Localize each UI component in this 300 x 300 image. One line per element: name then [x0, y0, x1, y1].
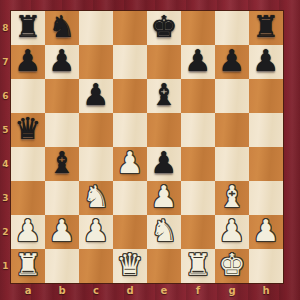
- square-f3[interactable]: [181, 181, 215, 215]
- square-d6[interactable]: [113, 79, 147, 113]
- square-a8[interactable]: ♜: [11, 11, 45, 45]
- file-label-e: e: [147, 282, 181, 299]
- black-knight[interactable]: ♞: [49, 10, 76, 44]
- white-pawn[interactable]: ♟: [253, 214, 280, 248]
- square-a4[interactable]: [11, 147, 45, 181]
- square-g8[interactable]: [215, 11, 249, 45]
- square-c6[interactable]: ♟: [79, 79, 113, 113]
- square-e1[interactable]: [147, 249, 181, 283]
- square-h8[interactable]: ♜: [249, 11, 283, 45]
- black-pawn[interactable]: ♟: [185, 44, 212, 78]
- chess-diagram: ♜♞♚♜♟♟♟♟♟♟♝♛♝♟♟♞♟♝♟♟♟♞♟♟♜♛♜♚ 87654321 ab…: [0, 0, 300, 300]
- file-label-b: b: [45, 282, 79, 299]
- file-label-c: c: [79, 282, 113, 299]
- chess-board: ♜♞♚♜♟♟♟♟♟♟♝♛♝♟♟♞♟♝♟♟♟♞♟♟♜♛♜♚: [11, 11, 283, 283]
- square-g3[interactable]: ♝: [215, 181, 249, 215]
- square-a1[interactable]: ♜: [11, 249, 45, 283]
- square-f1[interactable]: ♜: [181, 249, 215, 283]
- square-c3[interactable]: ♞: [79, 181, 113, 215]
- square-c1[interactable]: [79, 249, 113, 283]
- square-b4[interactable]: ♝: [45, 147, 79, 181]
- square-b2[interactable]: ♟: [45, 215, 79, 249]
- rank-label-8: 8: [0, 11, 11, 45]
- rank-label-4: 4: [0, 147, 11, 181]
- square-d5[interactable]: [113, 113, 147, 147]
- file-label-h: h: [249, 282, 283, 299]
- white-pawn[interactable]: ♟: [83, 214, 110, 248]
- square-d2[interactable]: [113, 215, 147, 249]
- square-g7[interactable]: ♟: [215, 45, 249, 79]
- square-e7[interactable]: [147, 45, 181, 79]
- rank-label-7: 7: [0, 45, 11, 79]
- square-a7[interactable]: ♟: [11, 45, 45, 79]
- rank-label-1: 1: [0, 249, 11, 283]
- square-e8[interactable]: ♚: [147, 11, 181, 45]
- square-g6[interactable]: [215, 79, 249, 113]
- file-label-g: g: [215, 282, 249, 299]
- square-d8[interactable]: [113, 11, 147, 45]
- square-e6[interactable]: ♝: [147, 79, 181, 113]
- file-label-a: a: [11, 282, 45, 299]
- white-pawn[interactable]: ♟: [117, 146, 144, 180]
- square-f7[interactable]: ♟: [181, 45, 215, 79]
- square-c7[interactable]: [79, 45, 113, 79]
- square-e5[interactable]: [147, 113, 181, 147]
- rank-label-6: 6: [0, 79, 11, 113]
- white-queen[interactable]: ♛: [117, 248, 144, 282]
- black-pawn[interactable]: ♟: [15, 44, 42, 78]
- square-g5[interactable]: [215, 113, 249, 147]
- square-h4[interactable]: [249, 147, 283, 181]
- square-c8[interactable]: [79, 11, 113, 45]
- square-h7[interactable]: ♟: [249, 45, 283, 79]
- square-f2[interactable]: [181, 215, 215, 249]
- white-king[interactable]: ♚: [219, 248, 246, 282]
- black-rook[interactable]: ♜: [253, 10, 280, 44]
- square-d4[interactable]: ♟: [113, 147, 147, 181]
- square-c2[interactable]: ♟: [79, 215, 113, 249]
- square-a2[interactable]: ♟: [11, 215, 45, 249]
- square-c4[interactable]: [79, 147, 113, 181]
- square-d3[interactable]: [113, 181, 147, 215]
- black-bishop[interactable]: ♝: [151, 78, 178, 112]
- square-b1[interactable]: [45, 249, 79, 283]
- white-rook[interactable]: ♜: [15, 248, 42, 282]
- square-h2[interactable]: ♟: [249, 215, 283, 249]
- black-king[interactable]: ♚: [151, 10, 178, 44]
- white-pawn[interactable]: ♟: [151, 180, 178, 214]
- file-label-f: f: [181, 282, 215, 299]
- white-knight[interactable]: ♞: [83, 180, 110, 214]
- square-b5[interactable]: [45, 113, 79, 147]
- black-pawn[interactable]: ♟: [151, 146, 178, 180]
- black-bishop[interactable]: ♝: [49, 146, 76, 180]
- square-f8[interactable]: [181, 11, 215, 45]
- rank-label-3: 3: [0, 181, 11, 215]
- black-pawn[interactable]: ♟: [83, 78, 110, 112]
- white-pawn[interactable]: ♟: [15, 214, 42, 248]
- square-a6[interactable]: [11, 79, 45, 113]
- file-label-d: d: [113, 282, 147, 299]
- square-b7[interactable]: ♟: [45, 45, 79, 79]
- black-rook[interactable]: ♜: [15, 10, 42, 44]
- square-f5[interactable]: [181, 113, 215, 147]
- square-b3[interactable]: [45, 181, 79, 215]
- black-pawn[interactable]: ♟: [253, 44, 280, 78]
- square-b6[interactable]: [45, 79, 79, 113]
- rank-label-5: 5: [0, 113, 11, 147]
- black-pawn[interactable]: ♟: [219, 44, 246, 78]
- square-d1[interactable]: ♛: [113, 249, 147, 283]
- square-a5[interactable]: ♛: [11, 113, 45, 147]
- square-a3[interactable]: [11, 181, 45, 215]
- square-g2[interactable]: ♟: [215, 215, 249, 249]
- white-pawn[interactable]: ♟: [219, 214, 246, 248]
- square-h3[interactable]: [249, 181, 283, 215]
- square-e3[interactable]: ♟: [147, 181, 181, 215]
- square-g1[interactable]: ♚: [215, 249, 249, 283]
- white-rook[interactable]: ♜: [185, 248, 212, 282]
- black-pawn[interactable]: ♟: [49, 44, 76, 78]
- rank-label-2: 2: [0, 215, 11, 249]
- square-c5[interactable]: [79, 113, 113, 147]
- square-f6[interactable]: [181, 79, 215, 113]
- square-h6[interactable]: [249, 79, 283, 113]
- square-h5[interactable]: [249, 113, 283, 147]
- square-e2[interactable]: ♞: [147, 215, 181, 249]
- square-h1[interactable]: [249, 249, 283, 283]
- white-pawn[interactable]: ♟: [49, 214, 76, 248]
- square-e4[interactable]: ♟: [147, 147, 181, 181]
- white-bishop[interactable]: ♝: [219, 180, 246, 214]
- white-knight[interactable]: ♞: [151, 214, 178, 248]
- square-g4[interactable]: [215, 147, 249, 181]
- black-queen[interactable]: ♛: [15, 112, 42, 146]
- square-f4[interactable]: [181, 147, 215, 181]
- square-d7[interactable]: [113, 45, 147, 79]
- square-b8[interactable]: ♞: [45, 11, 79, 45]
